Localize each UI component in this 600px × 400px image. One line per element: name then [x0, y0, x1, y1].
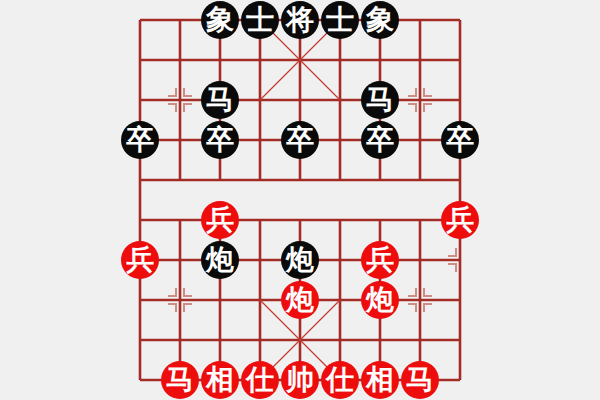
- piece-red-elephant[interactable]: 相: [201, 361, 239, 399]
- piece-red-elephant[interactable]: 相: [361, 361, 399, 399]
- piece-red-horse[interactable]: 马: [161, 361, 199, 399]
- piece-black-pawn[interactable]: 卒: [201, 121, 239, 159]
- piece-black-cannon[interactable]: 炮: [281, 241, 319, 279]
- piece-black-pawn[interactable]: 卒: [361, 121, 399, 159]
- piece-black-horse[interactable]: 马: [361, 81, 399, 119]
- piece-black-king[interactable]: 将: [281, 1, 319, 39]
- piece-red-advisor[interactable]: 仕: [241, 361, 279, 399]
- piece-red-cannon[interactable]: 炮: [281, 281, 319, 319]
- piece-black-horse[interactable]: 马: [201, 81, 239, 119]
- piece-red-advisor[interactable]: 仕: [321, 361, 359, 399]
- piece-black-cannon[interactable]: 炮: [201, 241, 239, 279]
- piece-red-king[interactable]: 帅: [281, 361, 319, 399]
- piece-red-pawn[interactable]: 兵: [361, 241, 399, 279]
- piece-black-elephant[interactable]: 象: [361, 1, 399, 39]
- piece-black-advisor[interactable]: 士: [321, 1, 359, 39]
- piece-red-pawn[interactable]: 兵: [201, 201, 239, 239]
- piece-black-elephant[interactable]: 象: [201, 1, 239, 39]
- board-grid[interactable]: 象士将士象马马卒卒卒卒卒兵兵兵炮炮兵炮炮马相仕帅仕相马: [120, 0, 480, 400]
- xiangqi-board: 象士将士象马马卒卒卒卒卒兵兵兵炮炮兵炮炮马相仕帅仕相马: [0, 0, 600, 400]
- piece-red-cannon[interactable]: 炮: [361, 281, 399, 319]
- piece-red-pawn[interactable]: 兵: [121, 241, 159, 279]
- piece-red-horse[interactable]: 马: [401, 361, 439, 399]
- piece-red-pawn[interactable]: 兵: [441, 201, 479, 239]
- piece-black-advisor[interactable]: 士: [241, 1, 279, 39]
- piece-black-pawn[interactable]: 卒: [121, 121, 159, 159]
- piece-black-pawn[interactable]: 卒: [441, 121, 479, 159]
- piece-black-pawn[interactable]: 卒: [281, 121, 319, 159]
